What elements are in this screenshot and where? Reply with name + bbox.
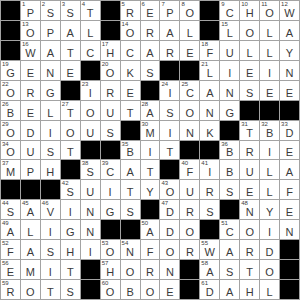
- cell-letter: E: [121, 88, 140, 99]
- grid-cell[interactable]: U: [220, 41, 239, 60]
- grid-cell[interactable]: 21L: [200, 61, 219, 80]
- grid-cell[interactable]: 36B: [220, 141, 239, 160]
- grid-cell[interactable]: H: [240, 280, 259, 299]
- black-cell: [41, 180, 60, 199]
- black-cell: [200, 220, 219, 239]
- cell-letter: I: [41, 267, 60, 278]
- grid-cell[interactable]: N: [160, 260, 179, 279]
- grid-cell[interactable]: S: [200, 200, 219, 219]
- grid-cell[interactable]: I: [220, 61, 239, 80]
- clue-number: 41: [201, 160, 208, 167]
- cell-letter: R: [180, 207, 199, 218]
- cell-letter: E: [280, 147, 299, 158]
- cell-letter: U: [180, 187, 199, 198]
- grid-cell[interactable]: 48N: [240, 200, 259, 219]
- grid-cell[interactable]: I: [41, 121, 60, 140]
- cell-letter: F: [280, 187, 299, 198]
- grid-cell[interactable]: L: [260, 160, 279, 179]
- grid-cell[interactable]: U: [21, 141, 40, 160]
- grid-cell[interactable]: L: [260, 41, 279, 60]
- grid-cell[interactable]: A: [200, 81, 219, 100]
- cell-letter: H: [240, 8, 259, 19]
- grid-cell[interactable]: O: [81, 101, 100, 120]
- grid-cell[interactable]: N: [41, 61, 60, 80]
- grid-cell[interactable]: 32B: [260, 121, 279, 140]
- grid-cell[interactable]: U: [240, 160, 259, 179]
- grid-cell[interactable]: A: [61, 21, 80, 40]
- grid-cell[interactable]: 61D: [200, 280, 219, 299]
- grid-cell[interactable]: R: [180, 200, 199, 219]
- black-cell: [21, 180, 40, 199]
- grid-cell[interactable]: 39C: [101, 160, 120, 179]
- grid-cell[interactable]: E: [21, 61, 40, 80]
- cell-letter: T: [41, 287, 60, 298]
- cell-letter: Y: [280, 48, 299, 59]
- cell-letter: S: [101, 128, 120, 139]
- crossword-board: 1P2S3S4T5R6E7P8O9C10H11O12W13OPAL14ORAL1…: [0, 0, 300, 300]
- grid-cell[interactable]: T: [240, 260, 259, 279]
- grid-cell[interactable]: 8O: [180, 1, 199, 20]
- grid-cell[interactable]: L: [81, 21, 100, 40]
- cell-letter: S: [200, 207, 219, 218]
- grid-cell[interactable]: I: [101, 180, 120, 199]
- cell-letter: N: [280, 227, 299, 238]
- cell-letter: O: [101, 247, 120, 258]
- cell-letter: A: [141, 48, 160, 59]
- cell-letter: I: [160, 88, 179, 99]
- cell-letter: M: [1, 167, 20, 178]
- grid-cell[interactable]: S: [121, 200, 140, 219]
- black-cell: [220, 121, 239, 140]
- cell-letter: T: [61, 267, 80, 278]
- grid-cell[interactable]: O: [141, 280, 160, 299]
- grid-cell[interactable]: 51C: [220, 220, 239, 239]
- grid-cell[interactable]: P: [41, 21, 60, 40]
- black-cell: [180, 141, 199, 160]
- grid-cell[interactable]: 16W: [21, 41, 40, 60]
- clue-number: 24: [161, 81, 168, 88]
- grid-cell[interactable]: D: [21, 121, 40, 140]
- cell-letter: O: [1, 147, 20, 158]
- grid-cell[interactable]: 33D: [280, 121, 299, 140]
- grid-cell[interactable]: 3S: [61, 1, 80, 20]
- cell-letter: O: [180, 8, 199, 19]
- grid-cell[interactable]: H: [41, 160, 60, 179]
- grid-cell[interactable]: T: [160, 141, 179, 160]
- grid-cell[interactable]: E: [260, 81, 279, 100]
- grid-cell[interactable]: A: [141, 41, 160, 60]
- cell-letter: S: [41, 8, 60, 19]
- cell-letter: W: [280, 8, 299, 19]
- cell-letter: R: [101, 88, 120, 99]
- grid-cell[interactable]: E: [240, 180, 259, 199]
- grid-cell[interactable]: R: [180, 240, 199, 259]
- grid-cell[interactable]: S: [41, 240, 60, 259]
- grid-cell[interactable]: A: [220, 240, 239, 259]
- grid-cell[interactable]: T: [121, 101, 140, 120]
- cell-letter: T: [61, 48, 80, 59]
- grid-cell[interactable]: M: [21, 260, 40, 279]
- black-cell: [220, 200, 239, 219]
- cell-letter: C: [121, 48, 140, 59]
- cell-letter: L: [240, 48, 259, 59]
- black-cell: [200, 141, 219, 160]
- grid-cell[interactable]: 47D: [160, 200, 179, 219]
- grid-cell[interactable]: R: [141, 260, 160, 279]
- cell-letter: E: [61, 68, 80, 79]
- grid-cell[interactable]: N: [200, 101, 219, 120]
- grid-cell[interactable]: 30M: [141, 121, 160, 140]
- grid-cell[interactable]: R: [101, 81, 120, 100]
- grid-cell[interactable]: A: [160, 21, 179, 40]
- cell-letter: A: [220, 247, 239, 258]
- grid-cell[interactable]: 19G: [1, 61, 20, 80]
- cell-letter: G: [61, 227, 80, 238]
- cell-letter: N: [41, 68, 60, 79]
- grid-cell[interactable]: 42S: [61, 180, 80, 199]
- crossword-grid: 1P2S3S4T5R6E7P8O9C10H11O12W13OPAL14ORAL1…: [0, 0, 300, 300]
- grid-cell[interactable]: G: [61, 220, 80, 239]
- grid-cell[interactable]: R: [240, 240, 259, 259]
- cell-letter: P: [21, 167, 40, 178]
- grid-cell[interactable]: A: [121, 160, 140, 179]
- grid-cell[interactable]: L: [180, 21, 199, 40]
- cell-letter: R: [141, 267, 160, 278]
- cell-letter: A: [220, 287, 239, 298]
- grid-cell[interactable]: T: [61, 141, 80, 160]
- grid-cell[interactable]: B: [220, 160, 239, 179]
- grid-cell[interactable]: R: [141, 21, 160, 40]
- grid-cell[interactable]: R: [240, 141, 259, 160]
- grid-cell[interactable]: 41I: [200, 160, 219, 179]
- cell-letter: R: [21, 88, 40, 99]
- grid-cell[interactable]: 53O: [101, 240, 120, 259]
- grid-cell[interactable]: 44S: [1, 200, 20, 219]
- cell-letter: C: [101, 167, 120, 178]
- grid-cell[interactable]: T: [141, 160, 160, 179]
- grid-cell[interactable]: S: [141, 61, 160, 80]
- grid-cell[interactable]: U: [81, 180, 100, 199]
- grid-cell[interactable]: K: [121, 61, 140, 80]
- cell-letter: I: [160, 128, 179, 139]
- grid-cell[interactable]: U: [180, 180, 199, 199]
- grid-cell[interactable]: Y: [141, 180, 160, 199]
- black-cell: [1, 180, 20, 199]
- cell-letter: L: [260, 167, 279, 178]
- grid-cell[interactable]: O: [160, 240, 179, 259]
- grid-cell[interactable]: 1P: [21, 1, 40, 20]
- grid-cell[interactable]: L: [21, 220, 40, 239]
- grid-cell[interactable]: N: [220, 81, 239, 100]
- cell-letter: E: [21, 68, 40, 79]
- grid-cell[interactable]: A: [220, 280, 239, 299]
- grid-cell[interactable]: I: [260, 141, 279, 160]
- grid-cell[interactable]: I: [41, 220, 60, 239]
- cell-letter: R: [121, 8, 140, 19]
- grid-cell[interactable]: E: [160, 280, 179, 299]
- black-cell: [81, 141, 100, 160]
- cell-letter: O: [21, 287, 40, 298]
- grid-cell[interactable]: 34O: [1, 141, 20, 160]
- grid-cell[interactable]: O: [21, 280, 40, 299]
- grid-cell[interactable]: 40F: [180, 160, 199, 179]
- grid-cell[interactable]: 18F: [200, 41, 219, 60]
- cell-letter: E: [260, 88, 279, 99]
- grid-cell[interactable]: 57H: [101, 260, 120, 279]
- grid-cell[interactable]: I: [41, 260, 60, 279]
- black-cell: [280, 240, 299, 259]
- grid-cell[interactable]: O: [240, 220, 259, 239]
- grid-cell[interactable]: S: [41, 141, 60, 160]
- grid-cell[interactable]: N: [280, 220, 299, 239]
- grid-cell[interactable]: P: [21, 160, 40, 179]
- grid-cell[interactable]: 58A: [200, 260, 219, 279]
- cell-letter: A: [1, 227, 20, 238]
- grid-cell[interactable]: 11O: [260, 1, 279, 20]
- grid-cell[interactable]: N: [81, 200, 100, 219]
- grid-cell[interactable]: I: [81, 240, 100, 259]
- grid-cell[interactable]: E: [180, 41, 199, 60]
- cell-letter: O: [101, 287, 120, 298]
- cell-letter: O: [141, 287, 160, 298]
- grid-cell[interactable]: T: [121, 180, 140, 199]
- grid-cell[interactable]: F: [280, 180, 299, 199]
- grid-cell[interactable]: S: [220, 260, 239, 279]
- cell-letter: T: [240, 128, 259, 139]
- cell-letter: S: [220, 187, 239, 198]
- black-cell: [280, 280, 299, 299]
- grid-cell[interactable]: 10H: [240, 1, 259, 20]
- grid-cell[interactable]: 14O: [121, 21, 140, 40]
- grid-cell[interactable]: O: [180, 220, 199, 239]
- black-cell: [1, 21, 20, 40]
- grid-cell[interactable]: E: [280, 141, 299, 160]
- grid-cell[interactable]: 49A: [1, 220, 20, 239]
- black-cell: [121, 220, 140, 239]
- black-cell: [121, 121, 140, 140]
- grid-cell[interactable]: 12W: [280, 1, 299, 20]
- grid-cell[interactable]: 2S: [41, 1, 60, 20]
- grid-cell[interactable]: L: [41, 101, 60, 120]
- grid-cell[interactable]: 45A: [21, 200, 40, 219]
- cell-letter: N: [200, 108, 219, 119]
- cell-letter: O: [21, 28, 40, 39]
- grid-cell[interactable]: 9C: [220, 1, 239, 20]
- cell-letter: N: [180, 128, 199, 139]
- cell-letter: U: [220, 48, 239, 59]
- cell-letter: B: [220, 167, 239, 178]
- grid-cell[interactable]: U: [101, 101, 120, 120]
- grid-cell[interactable]: 55W: [200, 240, 219, 259]
- cell-letter: C: [220, 227, 239, 238]
- grid-cell[interactable]: 37M: [1, 160, 20, 179]
- grid-cell[interactable]: G: [101, 200, 120, 219]
- cell-letter: G: [101, 207, 120, 218]
- grid-cell[interactable]: I: [260, 61, 279, 80]
- grid-cell[interactable]: D: [160, 220, 179, 239]
- grid-cell[interactable]: 54N: [121, 240, 140, 259]
- grid-cell[interactable]: O: [61, 121, 80, 140]
- grid-cell[interactable]: G: [220, 101, 239, 120]
- grid-cell[interactable]: O: [260, 260, 279, 279]
- grid-cell[interactable]: 6E: [141, 1, 160, 20]
- cell-letter: E: [280, 207, 299, 218]
- grid-cell[interactable]: 56E: [1, 260, 20, 279]
- cell-letter: I: [220, 68, 239, 79]
- grid-cell[interactable]: A: [21, 240, 40, 259]
- cell-letter: P: [41, 28, 60, 39]
- grid-cell[interactable]: S: [61, 280, 80, 299]
- grid-cell[interactable]: C: [81, 41, 100, 60]
- grid-cell[interactable]: A: [280, 160, 299, 179]
- cell-letter: W: [21, 48, 40, 59]
- grid-cell[interactable]: 31T: [240, 121, 259, 140]
- black-cell: [260, 101, 279, 120]
- grid-cell[interactable]: O: [240, 21, 259, 40]
- grid-cell[interactable]: 38S: [81, 160, 100, 179]
- cell-letter: L: [21, 227, 40, 238]
- grid-cell[interactable]: A: [41, 41, 60, 60]
- grid-cell[interactable]: S: [240, 81, 259, 100]
- grid-cell[interactable]: Y: [280, 41, 299, 60]
- grid-cell[interactable]: S: [160, 101, 179, 120]
- cell-letter: H: [41, 167, 60, 178]
- grid-cell[interactable]: E: [280, 81, 299, 100]
- grid-cell[interactable]: 50A: [141, 220, 160, 239]
- grid-cell[interactable]: 17H: [101, 41, 120, 60]
- grid-cell[interactable]: N: [180, 121, 199, 140]
- cell-letter: D: [160, 207, 179, 218]
- grid-cell[interactable]: R: [160, 41, 179, 60]
- black-cell: [61, 81, 80, 100]
- grid-cell[interactable]: 43O: [160, 180, 179, 199]
- cell-letter: I: [260, 68, 279, 79]
- grid-cell[interactable]: U: [81, 121, 100, 140]
- grid-cell[interactable]: O: [121, 260, 140, 279]
- cell-letter: N: [240, 207, 259, 218]
- cell-letter: B: [220, 147, 239, 158]
- grid-cell[interactable]: T: [61, 41, 80, 60]
- grid-cell[interactable]: E: [21, 101, 40, 120]
- black-cell: [240, 101, 259, 120]
- grid-cell[interactable]: 26B: [1, 101, 20, 120]
- cell-letter: I: [41, 128, 60, 139]
- grid-cell[interactable]: L: [260, 280, 279, 299]
- grid-cell[interactable]: 4T: [81, 1, 100, 20]
- grid-cell[interactable]: A: [280, 21, 299, 40]
- grid-cell[interactable]: E: [240, 61, 259, 80]
- grid-cell[interactable]: I: [160, 121, 179, 140]
- cell-letter: L: [180, 28, 199, 39]
- grid-cell[interactable]: T: [61, 260, 80, 279]
- grid-cell[interactable]: B: [121, 280, 140, 299]
- grid-cell[interactable]: 52F: [1, 240, 20, 259]
- grid-cell[interactable]: E: [121, 81, 140, 100]
- black-cell: [101, 141, 120, 160]
- grid-cell[interactable]: K: [200, 121, 219, 140]
- grid-cell[interactable]: D: [260, 240, 279, 259]
- cell-letter: P: [160, 8, 179, 19]
- grid-cell[interactable]: 23I: [81, 81, 100, 100]
- grid-cell[interactable]: I: [61, 200, 80, 219]
- grid-cell[interactable]: 29O: [1, 121, 20, 140]
- grid-cell[interactable]: L: [260, 21, 279, 40]
- cell-letter: D: [260, 247, 279, 258]
- grid-cell[interactable]: H: [61, 240, 80, 259]
- grid-cell[interactable]: 13O: [21, 21, 40, 40]
- cell-letter: E: [180, 48, 199, 59]
- grid-cell[interactable]: 5R: [121, 1, 140, 20]
- cell-letter: E: [240, 68, 259, 79]
- cell-letter: S: [1, 207, 20, 218]
- grid-cell[interactable]: R: [200, 180, 219, 199]
- grid-cell[interactable]: 46V: [41, 200, 60, 219]
- cell-letter: O: [160, 247, 179, 258]
- cell-letter: T: [240, 267, 259, 278]
- grid-cell[interactable]: L: [260, 180, 279, 199]
- grid-cell[interactable]: O: [180, 101, 199, 120]
- grid-cell[interactable]: 28A: [141, 101, 160, 120]
- grid-cell[interactable]: 27T: [61, 101, 80, 120]
- cell-letter: O: [1, 128, 20, 139]
- cell-letter: E: [240, 187, 259, 198]
- grid-cell[interactable]: E: [61, 61, 80, 80]
- grid-cell[interactable]: 59R: [1, 280, 20, 299]
- grid-cell[interactable]: 15L: [220, 21, 239, 40]
- cell-letter: U: [21, 147, 40, 158]
- grid-cell[interactable]: C: [121, 41, 140, 60]
- cell-letter: Y: [141, 187, 160, 198]
- grid-cell[interactable]: N: [280, 61, 299, 80]
- grid-cell[interactable]: Y: [260, 200, 279, 219]
- grid-cell[interactable]: G: [41, 81, 60, 100]
- cell-letter: F: [200, 48, 219, 59]
- grid-cell[interactable]: S: [220, 180, 239, 199]
- grid-cell[interactable]: S: [101, 121, 120, 140]
- cell-letter: L: [260, 28, 279, 39]
- grid-cell[interactable]: 24I: [160, 81, 179, 100]
- black-cell: [280, 101, 299, 120]
- grid-cell[interactable]: R: [21, 81, 40, 100]
- grid-cell[interactable]: 35B: [121, 141, 140, 160]
- grid-cell[interactable]: F: [141, 240, 160, 259]
- cell-letter: T: [61, 147, 80, 158]
- cell-letter: O: [180, 108, 199, 119]
- grid-cell[interactable]: E: [280, 200, 299, 219]
- grid-cell[interactable]: 25C: [180, 81, 199, 100]
- grid-cell[interactable]: 22O: [1, 81, 20, 100]
- grid-cell[interactable]: I: [141, 141, 160, 160]
- cell-letter: H: [101, 48, 120, 59]
- grid-cell[interactable]: 60O: [101, 280, 120, 299]
- cell-letter: D: [21, 128, 40, 139]
- grid-cell[interactable]: N: [81, 220, 100, 239]
- grid-cell[interactable]: L: [240, 41, 259, 60]
- grid-cell[interactable]: I: [260, 220, 279, 239]
- grid-cell[interactable]: T: [41, 280, 60, 299]
- cell-letter: A: [121, 167, 140, 178]
- cell-letter: A: [141, 108, 160, 119]
- grid-cell[interactable]: 7P: [160, 1, 179, 20]
- cell-letter: I: [81, 88, 100, 99]
- cell-letter: B: [121, 287, 140, 298]
- cell-letter: O: [1, 88, 20, 99]
- cell-letter: F: [180, 167, 199, 178]
- grid-cell[interactable]: 20O: [101, 61, 120, 80]
- black-cell: [200, 1, 219, 20]
- cell-letter: P: [21, 8, 40, 19]
- cell-letter: S: [141, 68, 160, 79]
